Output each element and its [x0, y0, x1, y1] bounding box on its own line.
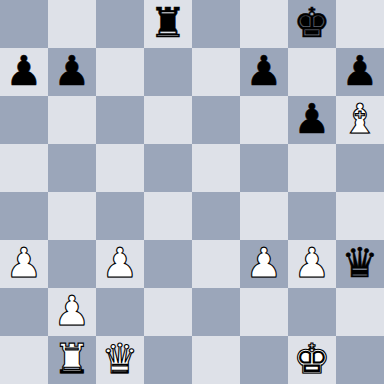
black-pawn[interactable]: ♟ [246, 47, 283, 95]
white-queen[interactable]: ♛ [102, 335, 139, 383]
square-f4[interactable] [240, 192, 288, 240]
square-e5[interactable] [192, 144, 240, 192]
square-f7[interactable]: ♟ [240, 48, 288, 96]
square-h7[interactable]: ♟ [336, 48, 384, 96]
white-pawn[interactable]: ♟ [54, 287, 91, 335]
square-g5[interactable] [288, 144, 336, 192]
black-pawn[interactable]: ♟ [6, 47, 43, 95]
square-d6[interactable] [144, 96, 192, 144]
square-e6[interactable] [192, 96, 240, 144]
square-b8[interactable] [48, 0, 96, 48]
white-rook[interactable]: ♜ [54, 335, 91, 383]
square-e2[interactable] [192, 288, 240, 336]
square-f8[interactable] [240, 0, 288, 48]
square-b7[interactable]: ♟ [48, 48, 96, 96]
square-a1[interactable] [0, 336, 48, 384]
square-b5[interactable] [48, 144, 96, 192]
square-c6[interactable] [96, 96, 144, 144]
square-f3[interactable]: ♟ [240, 240, 288, 288]
square-d8[interactable]: ♜ [144, 0, 192, 48]
black-pawn[interactable]: ♟ [54, 47, 91, 95]
square-a3[interactable]: ♟ [0, 240, 48, 288]
square-a4[interactable] [0, 192, 48, 240]
square-c5[interactable] [96, 144, 144, 192]
square-c8[interactable] [96, 0, 144, 48]
square-e7[interactable] [192, 48, 240, 96]
square-c2[interactable] [96, 288, 144, 336]
white-pawn[interactable]: ♟ [246, 239, 283, 287]
white-pawn[interactable]: ♟ [102, 239, 139, 287]
square-g7[interactable] [288, 48, 336, 96]
square-f6[interactable] [240, 96, 288, 144]
white-pawn[interactable]: ♟ [6, 239, 43, 287]
square-h4[interactable] [336, 192, 384, 240]
square-d2[interactable] [144, 288, 192, 336]
square-h6[interactable]: ♝ [336, 96, 384, 144]
square-g6[interactable]: ♟ [288, 96, 336, 144]
square-c1[interactable]: ♛ [96, 336, 144, 384]
square-h8[interactable] [336, 0, 384, 48]
square-g8[interactable]: ♚ [288, 0, 336, 48]
square-c4[interactable] [96, 192, 144, 240]
black-pawn[interactable]: ♟ [342, 47, 379, 95]
square-a2[interactable] [0, 288, 48, 336]
square-f5[interactable] [240, 144, 288, 192]
square-b1[interactable]: ♜ [48, 336, 96, 384]
square-e3[interactable] [192, 240, 240, 288]
square-e1[interactable] [192, 336, 240, 384]
square-h3[interactable]: ♛ [336, 240, 384, 288]
square-d4[interactable] [144, 192, 192, 240]
square-d3[interactable] [144, 240, 192, 288]
white-king[interactable]: ♚ [294, 335, 331, 383]
square-f1[interactable] [240, 336, 288, 384]
white-bishop[interactable]: ♝ [342, 95, 379, 143]
white-pawn[interactable]: ♟ [294, 239, 331, 287]
square-c7[interactable] [96, 48, 144, 96]
square-c3[interactable]: ♟ [96, 240, 144, 288]
square-h5[interactable] [336, 144, 384, 192]
square-g4[interactable] [288, 192, 336, 240]
square-g3[interactable]: ♟ [288, 240, 336, 288]
square-a8[interactable] [0, 0, 48, 48]
square-d1[interactable] [144, 336, 192, 384]
square-b2[interactable]: ♟ [48, 288, 96, 336]
square-h2[interactable] [336, 288, 384, 336]
square-b3[interactable] [48, 240, 96, 288]
square-e4[interactable] [192, 192, 240, 240]
square-e8[interactable] [192, 0, 240, 48]
black-queen[interactable]: ♛ [342, 239, 379, 287]
square-f2[interactable] [240, 288, 288, 336]
square-a5[interactable] [0, 144, 48, 192]
black-rook[interactable]: ♜ [150, 0, 187, 47]
square-a7[interactable]: ♟ [0, 48, 48, 96]
square-b6[interactable] [48, 96, 96, 144]
black-king[interactable]: ♚ [294, 0, 331, 47]
square-d5[interactable] [144, 144, 192, 192]
square-b4[interactable] [48, 192, 96, 240]
square-g1[interactable]: ♚ [288, 336, 336, 384]
black-pawn[interactable]: ♟ [294, 95, 331, 143]
square-g2[interactable] [288, 288, 336, 336]
square-a6[interactable] [0, 96, 48, 144]
chess-board: ♜♚♟♟♟♟♟♝♟♟♟♟♛♟♜♛♚ [0, 0, 384, 384]
square-d7[interactable] [144, 48, 192, 96]
square-h1[interactable] [336, 336, 384, 384]
